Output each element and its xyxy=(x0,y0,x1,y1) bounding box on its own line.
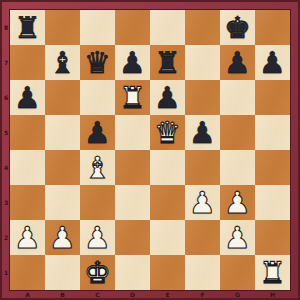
square-h3[interactable] xyxy=(255,185,290,220)
square-f5[interactable]: ♟ xyxy=(185,115,220,150)
file-label-c: C xyxy=(80,290,115,298)
piece-white-pawn[interactable]: ♟ xyxy=(14,220,41,255)
piece-white-pawn[interactable]: ♟ xyxy=(224,220,251,255)
square-a7[interactable] xyxy=(10,45,45,80)
square-g1[interactable] xyxy=(220,255,255,290)
piece-white-pawn[interactable]: ♟ xyxy=(84,220,111,255)
square-c7[interactable]: ♛ xyxy=(80,45,115,80)
square-g4[interactable] xyxy=(220,150,255,185)
square-h2[interactable] xyxy=(255,220,290,255)
piece-white-pawn[interactable]: ♟ xyxy=(189,185,216,220)
piece-white-rook[interactable]: ♜ xyxy=(259,255,286,290)
file-label-g: G xyxy=(220,290,255,298)
square-g3[interactable]: ♟ xyxy=(220,185,255,220)
file-label-e: E xyxy=(150,290,185,298)
square-b6[interactable] xyxy=(45,80,80,115)
square-h6[interactable] xyxy=(255,80,290,115)
square-e3[interactable] xyxy=(150,185,185,220)
square-c5[interactable]: ♟ xyxy=(80,115,115,150)
square-f2[interactable] xyxy=(185,220,220,255)
piece-white-pawn[interactable]: ♟ xyxy=(224,185,251,220)
piece-white-queen[interactable]: ♛ xyxy=(154,115,181,150)
square-e4[interactable] xyxy=(150,150,185,185)
file-label-d: D xyxy=(115,290,150,298)
file-label-h: H xyxy=(255,290,290,298)
square-g7[interactable]: ♟ xyxy=(220,45,255,80)
piece-black-pawn[interactable]: ♟ xyxy=(119,45,146,80)
square-c2[interactable]: ♟ xyxy=(80,220,115,255)
square-d5[interactable] xyxy=(115,115,150,150)
square-c6[interactable] xyxy=(80,80,115,115)
piece-white-pawn[interactable]: ♟ xyxy=(49,220,76,255)
square-f6[interactable] xyxy=(185,80,220,115)
square-d6[interactable]: ♜ xyxy=(115,80,150,115)
square-c8[interactable] xyxy=(80,10,115,45)
square-g2[interactable]: ♟ xyxy=(220,220,255,255)
square-e8[interactable] xyxy=(150,10,185,45)
chess-board-window: 87654321 ♜♚♝♛♟♜♟♟♟♜♟♟♛♟♝♟♟♟♟♟♟♚♜ ABCDEFG… xyxy=(0,0,300,300)
square-d3[interactable] xyxy=(115,185,150,220)
piece-black-pawn[interactable]: ♟ xyxy=(224,45,251,80)
square-f4[interactable] xyxy=(185,150,220,185)
rank-label-7: 7 xyxy=(2,45,10,80)
square-a1[interactable] xyxy=(10,255,45,290)
rank-labels: 87654321 xyxy=(2,10,10,290)
square-e6[interactable]: ♟ xyxy=(150,80,185,115)
square-c4[interactable]: ♝ xyxy=(80,150,115,185)
square-h7[interactable]: ♟ xyxy=(255,45,290,80)
square-e2[interactable] xyxy=(150,220,185,255)
square-f3[interactable]: ♟ xyxy=(185,185,220,220)
square-g8[interactable]: ♚ xyxy=(220,10,255,45)
square-b8[interactable] xyxy=(45,10,80,45)
square-a8[interactable]: ♜ xyxy=(10,10,45,45)
square-b7[interactable]: ♝ xyxy=(45,45,80,80)
piece-black-pawn[interactable]: ♟ xyxy=(259,45,286,80)
piece-black-bishop[interactable]: ♝ xyxy=(49,45,76,80)
rank-label-6: 6 xyxy=(2,80,10,115)
piece-black-king[interactable]: ♚ xyxy=(224,10,251,45)
piece-black-pawn[interactable]: ♟ xyxy=(84,115,111,150)
square-b5[interactable] xyxy=(45,115,80,150)
piece-black-queen[interactable]: ♛ xyxy=(84,45,111,80)
square-a5[interactable] xyxy=(10,115,45,150)
piece-white-bishop[interactable]: ♝ xyxy=(84,150,111,185)
square-b2[interactable]: ♟ xyxy=(45,220,80,255)
square-h8[interactable] xyxy=(255,10,290,45)
file-label-b: B xyxy=(45,290,80,298)
square-e1[interactable] xyxy=(150,255,185,290)
square-c3[interactable] xyxy=(80,185,115,220)
square-c1[interactable]: ♚ xyxy=(80,255,115,290)
square-d2[interactable] xyxy=(115,220,150,255)
piece-black-rook[interactable]: ♜ xyxy=(154,45,181,80)
square-b3[interactable] xyxy=(45,185,80,220)
square-e5[interactable]: ♛ xyxy=(150,115,185,150)
rank-label-8: 8 xyxy=(2,10,10,45)
piece-white-king[interactable]: ♚ xyxy=(84,255,111,290)
rank-label-3: 3 xyxy=(2,185,10,220)
file-label-f: F xyxy=(185,290,220,298)
rank-label-1: 1 xyxy=(2,255,10,290)
square-e7[interactable]: ♜ xyxy=(150,45,185,80)
square-d7[interactable]: ♟ xyxy=(115,45,150,80)
square-h5[interactable] xyxy=(255,115,290,150)
piece-black-pawn[interactable]: ♟ xyxy=(154,80,181,115)
square-d1[interactable] xyxy=(115,255,150,290)
square-h4[interactable] xyxy=(255,150,290,185)
square-h1[interactable]: ♜ xyxy=(255,255,290,290)
square-f7[interactable] xyxy=(185,45,220,80)
square-f1[interactable] xyxy=(185,255,220,290)
rank-label-4: 4 xyxy=(2,150,10,185)
square-g5[interactable] xyxy=(220,115,255,150)
square-b1[interactable] xyxy=(45,255,80,290)
square-a2[interactable]: ♟ xyxy=(10,220,45,255)
square-d8[interactable] xyxy=(115,10,150,45)
piece-black-pawn[interactable]: ♟ xyxy=(14,80,41,115)
chess-board[interactable]: ♜♚♝♛♟♜♟♟♟♜♟♟♛♟♝♟♟♟♟♟♟♚♜ xyxy=(10,10,290,290)
piece-black-pawn[interactable]: ♟ xyxy=(189,115,216,150)
square-a4[interactable] xyxy=(10,150,45,185)
square-d4[interactable] xyxy=(115,150,150,185)
rank-label-2: 2 xyxy=(2,220,10,255)
piece-black-rook[interactable]: ♜ xyxy=(14,10,41,45)
square-a6[interactable]: ♟ xyxy=(10,80,45,115)
square-f8[interactable] xyxy=(185,10,220,45)
square-g6[interactable] xyxy=(220,80,255,115)
square-a3[interactable] xyxy=(10,185,45,220)
file-label-a: A xyxy=(10,290,45,298)
rank-label-5: 5 xyxy=(2,115,10,150)
square-b4[interactable] xyxy=(45,150,80,185)
piece-white-rook[interactable]: ♜ xyxy=(119,80,146,115)
file-labels: ABCDEFGH xyxy=(10,290,290,298)
